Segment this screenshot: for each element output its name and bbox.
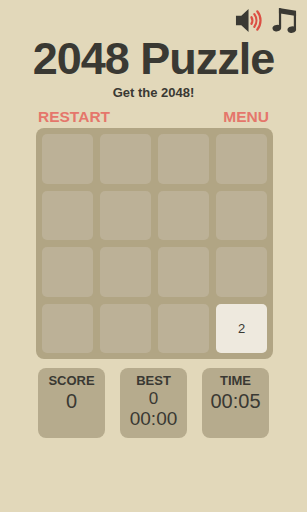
tile-2: 2	[216, 304, 267, 354]
score-value: 0	[38, 389, 105, 413]
best-score-value: 0	[120, 389, 187, 408]
board-cell	[216, 134, 267, 184]
time-value: 00:05	[202, 389, 269, 413]
stats-bar: SCORE 0 BEST 0 00:00 TIME 00:05	[38, 368, 269, 438]
page-subtitle: Get the 2048!	[0, 85, 307, 100]
time-label: TIME	[202, 373, 269, 389]
best-time-value: 00:00	[120, 408, 187, 429]
board-cell	[158, 304, 209, 354]
time-panel: TIME 00:05	[202, 368, 269, 438]
board-cell	[100, 304, 151, 354]
board-cell	[100, 191, 151, 241]
page-title: 2048 Puzzle	[0, 33, 307, 85]
board-cell	[42, 134, 93, 184]
board-cell	[216, 247, 267, 297]
board-cell: 2	[216, 304, 267, 354]
nav-bar: RESTART MENU	[38, 108, 269, 126]
restart-button[interactable]: RESTART	[38, 108, 110, 126]
board-cell	[100, 247, 151, 297]
score-panel: SCORE 0	[38, 368, 105, 438]
board-cell	[42, 247, 93, 297]
best-label: BEST	[120, 373, 187, 389]
board-cell	[216, 191, 267, 241]
board-cell	[158, 134, 209, 184]
score-label: SCORE	[38, 373, 105, 389]
music-toggle-button[interactable]	[271, 4, 300, 34]
board-cell	[100, 134, 151, 184]
sound-toggle-button[interactable]	[235, 7, 264, 34]
board-cell	[42, 304, 93, 354]
top-icon-bar	[235, 4, 300, 34]
board-cell	[158, 191, 209, 241]
board-cell	[42, 191, 93, 241]
best-panel: BEST 0 00:00	[120, 368, 187, 438]
board-cell	[158, 247, 209, 297]
app-screen: 2048 Puzzle Get the 2048! RESTART MENU 2…	[0, 0, 307, 512]
board[interactable]: 2	[36, 128, 273, 359]
menu-button[interactable]: MENU	[223, 108, 269, 126]
